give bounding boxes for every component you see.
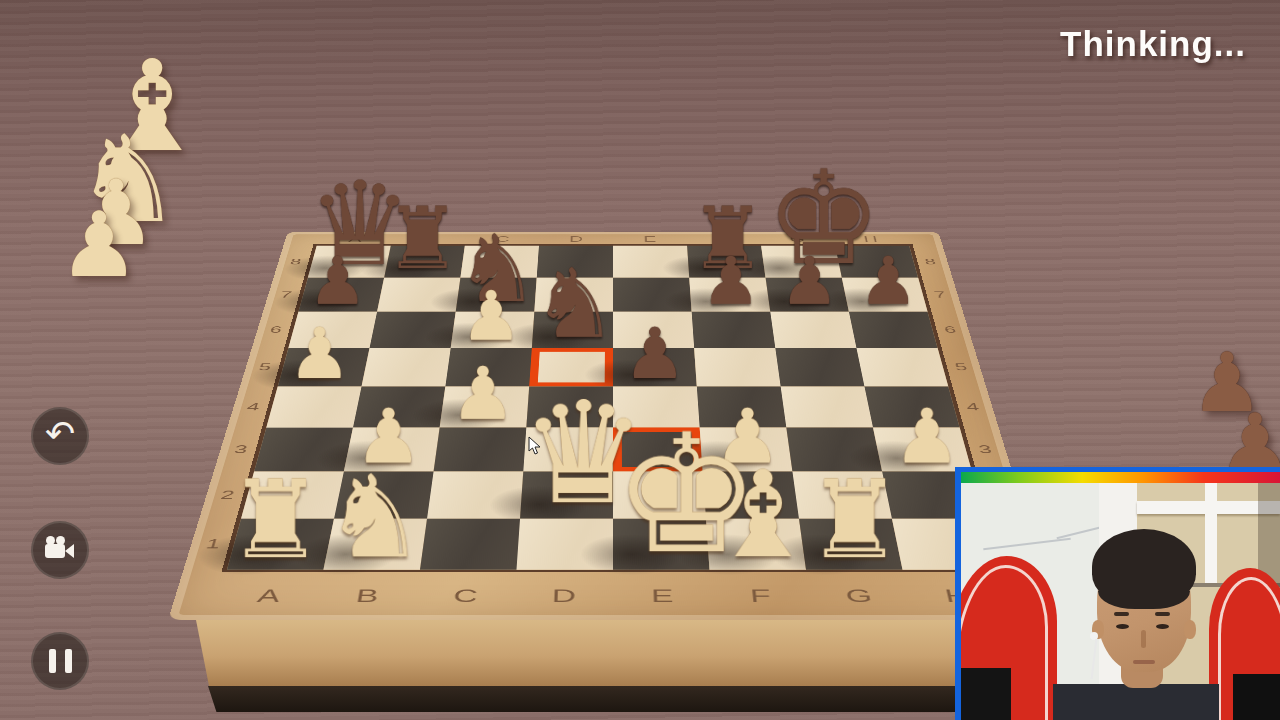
pause-icon (49, 649, 72, 673)
square-d2[interactable]: ♛ (520, 472, 613, 519)
piece-black-r-b8[interactable]: ♜ (384, 199, 460, 278)
game-screen: ABCDEFGH ABCDEFGH 87654321 87654321 ♛♜♜♚… (0, 0, 1280, 720)
square-c3[interactable] (434, 428, 527, 472)
square-g4[interactable] (781, 386, 873, 427)
square-f6[interactable] (692, 312, 776, 348)
square-e7[interactable] (613, 278, 692, 312)
coord-label: D (514, 580, 613, 611)
square-e8[interactable] (613, 246, 689, 278)
square-b8[interactable]: ♜ (384, 246, 465, 278)
coord-label: C (414, 580, 515, 611)
square-d1[interactable] (516, 519, 613, 570)
square-c2[interactable] (427, 472, 523, 519)
player-face (1097, 538, 1191, 672)
piece-white-r-g1[interactable]: ♜ (806, 470, 903, 569)
square-g5[interactable] (775, 348, 864, 387)
square-g6[interactable] (770, 312, 856, 348)
piece-white-p-c4[interactable]: ♟ (440, 361, 527, 428)
board-scene: ABCDEFGH ABCDEFGH 87654321 87654321 ♛♜♜♚… (168, 0, 1058, 620)
file-labels-bottom: ABCDEFGH (215, 580, 1010, 611)
coord-label: A (215, 580, 321, 611)
video-camera-icon (45, 540, 75, 560)
piece-black-p-h7[interactable]: ♟ (849, 251, 928, 312)
square-g7[interactable]: ♟ (766, 278, 849, 312)
square-e1[interactable]: ♚ (613, 519, 710, 570)
player-hair (1092, 529, 1196, 605)
chair-black-corner (961, 668, 1011, 720)
undo-button[interactable]: ↶ (31, 407, 89, 465)
coord-label: G (808, 580, 912, 611)
square-b5[interactable] (362, 348, 451, 387)
piece-white-k-e1[interactable]: ♚ (613, 419, 710, 570)
undo-arrow-icon: ↶ (45, 416, 75, 452)
square-b6[interactable] (370, 312, 456, 348)
status-text: Thinking... (1060, 24, 1246, 64)
piece-white-p-a5[interactable]: ♟ (278, 322, 362, 387)
coord-label: F (710, 580, 811, 611)
square-c1[interactable] (420, 519, 520, 570)
coord-label: D (539, 233, 613, 245)
piece-white-p-c6[interactable]: ♟ (451, 285, 532, 348)
square-b7[interactable] (377, 278, 460, 312)
captured-white-pawn: ♟ (59, 200, 140, 290)
board-front-edge (196, 620, 1064, 686)
square-a5[interactable]: ♟ (278, 348, 370, 387)
webcam-rainbow-strip (961, 472, 1280, 483)
square-b1[interactable]: ♞ (323, 519, 427, 570)
camera-view-button[interactable] (31, 521, 89, 579)
coord-label: E (613, 580, 712, 611)
board-base-strip (208, 686, 1052, 712)
square-a7[interactable]: ♟ (298, 278, 384, 312)
piece-black-p-f7[interactable]: ♟ (692, 251, 771, 312)
player-webcam (955, 467, 1280, 720)
square-c6[interactable]: ♟ (451, 312, 535, 348)
coord-label: E (613, 233, 687, 245)
chair-black-corner (1233, 674, 1280, 720)
coord-label: 4 (230, 386, 276, 427)
square-a1[interactable]: ♜ (227, 519, 334, 570)
square-h6[interactable] (849, 312, 938, 348)
square-c4[interactable]: ♟ (440, 386, 530, 427)
pause-button[interactable] (31, 632, 89, 690)
piece-white-n-b1[interactable]: ♞ (323, 465, 420, 570)
square-h7[interactable]: ♟ (842, 278, 928, 312)
piece-black-n-d6[interactable]: ♞ (532, 260, 613, 348)
chess-board: ABCDEFGH ABCDEFGH 87654321 87654321 ♛♜♜♚… (168, 232, 1058, 620)
piece-white-r-a1[interactable]: ♜ (227, 470, 324, 569)
board-grid: ♛♜♜♚♟♞♟♟♟♟♞♟♟♟♟♟♟♛♜♞♚♝♜ (227, 246, 999, 570)
square-f5[interactable] (694, 348, 780, 387)
piece-black-p-g7[interactable]: ♟ (770, 251, 849, 312)
coord-label: B (315, 580, 419, 611)
square-d6[interactable]: ♞ (532, 312, 613, 348)
piece-black-p-a7[interactable]: ♟ (298, 251, 377, 312)
player-shoulders (1053, 684, 1219, 720)
square-f7[interactable]: ♟ (689, 278, 770, 312)
mouse-cursor (528, 436, 544, 456)
square-h5[interactable] (856, 348, 948, 387)
